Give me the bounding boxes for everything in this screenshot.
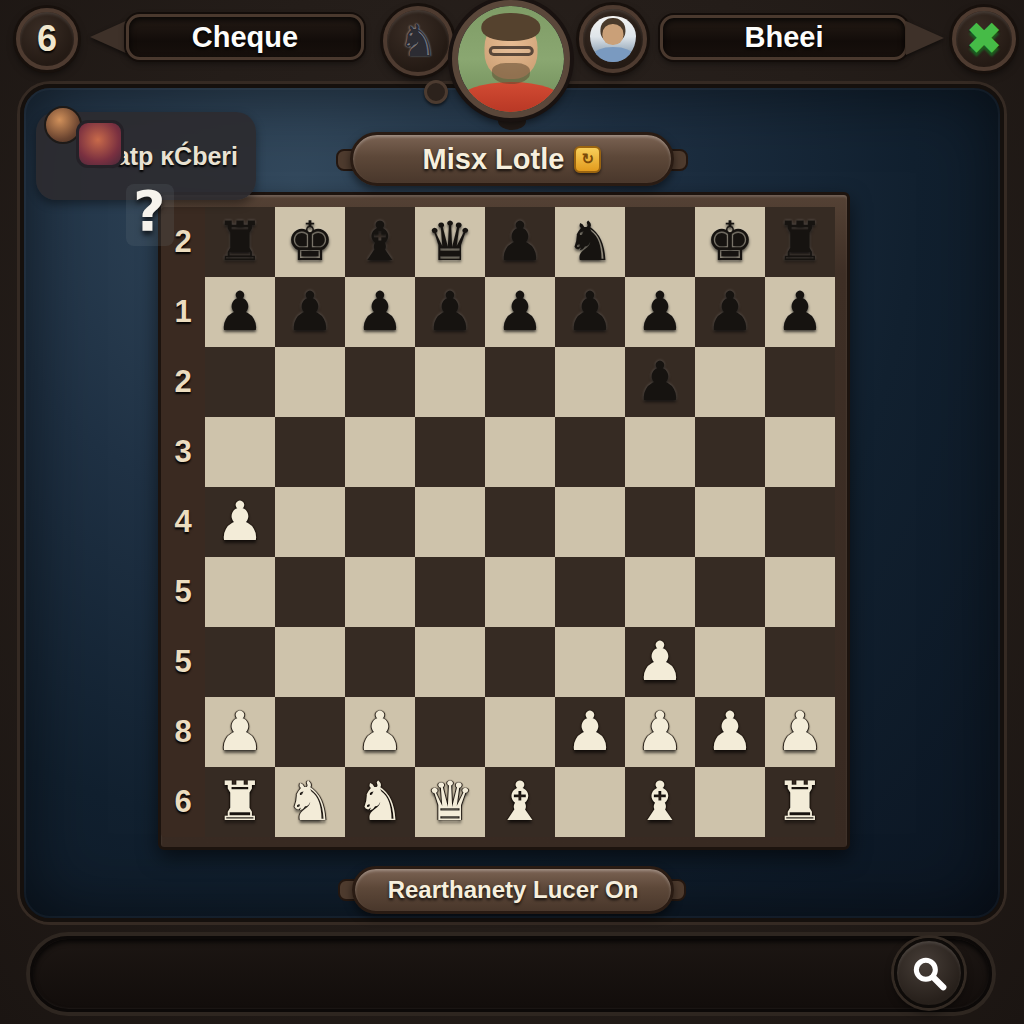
- chess-piece-wB[interactable]: ♝: [636, 767, 684, 837]
- board-cell[interactable]: ♟: [625, 277, 695, 347]
- board-cell[interactable]: ♚: [275, 207, 345, 277]
- chat-avatar-2: [76, 120, 124, 168]
- board-cell[interactable]: [555, 627, 625, 697]
- board-cell[interactable]: ♟: [555, 697, 625, 767]
- board-cell[interactable]: [625, 487, 695, 557]
- board-cell[interactable]: [205, 627, 275, 697]
- rank-label: 5: [161, 557, 205, 627]
- board-cell[interactable]: [345, 557, 415, 627]
- board-cell[interactable]: [345, 627, 415, 697]
- player-avatar[interactable]: [452, 0, 570, 118]
- board-cell[interactable]: ♟: [765, 697, 835, 767]
- board-cell[interactable]: ♞: [275, 767, 345, 837]
- chess-piece-bP[interactable]: ♟: [216, 277, 264, 347]
- knight-icon: ♞: [398, 19, 437, 63]
- question-mark-hint: ?: [133, 178, 165, 243]
- board-cell[interactable]: ♛: [415, 767, 485, 837]
- board-cell[interactable]: [415, 487, 485, 557]
- chess-piece-wP[interactable]: ♟: [356, 697, 404, 767]
- board-cell[interactable]: [485, 347, 555, 417]
- chess-piece-bR[interactable]: ♜: [776, 207, 824, 277]
- board-cell[interactable]: ♚: [695, 207, 765, 277]
- chess-piece-bP[interactable]: ♟: [496, 207, 544, 277]
- chess-piece-wP[interactable]: ♟: [216, 697, 264, 767]
- board-cell[interactable]: [555, 347, 625, 417]
- board-cell[interactable]: [765, 557, 835, 627]
- avatar-photo: [458, 6, 564, 112]
- link-dot-icon: [424, 80, 448, 104]
- rank-label: 5: [161, 627, 205, 697]
- board-cell[interactable]: [415, 347, 485, 417]
- chess-piece-wR[interactable]: ♜: [216, 767, 264, 837]
- close-icon: ✖: [966, 18, 1001, 60]
- rank-label: 3: [161, 417, 205, 487]
- status-top-text: Misx Lotle: [423, 143, 565, 176]
- chess-piece-wP[interactable]: ♟: [636, 697, 684, 767]
- board-cell[interactable]: [345, 487, 415, 557]
- chess-piece-wP[interactable]: ♟: [706, 697, 754, 767]
- chess-piece-bK[interactable]: ♚: [706, 207, 754, 277]
- left-player-name: Cheque: [192, 21, 298, 54]
- right-player-name: Bheei: [745, 21, 824, 54]
- board-cell[interactable]: [275, 417, 345, 487]
- chess-piece-wN[interactable]: ♞: [356, 767, 404, 837]
- board-cell[interactable]: [625, 557, 695, 627]
- chess-piece-wP[interactable]: ♟: [216, 487, 264, 557]
- board-cell[interactable]: [555, 767, 625, 837]
- board-cell[interactable]: ♞: [555, 207, 625, 277]
- board-cell[interactable]: ♟: [345, 277, 415, 347]
- chess-piece-wB[interactable]: ♝: [496, 767, 544, 837]
- status-banner-top: Misx Lotle ↻: [350, 132, 674, 186]
- avatar-hair: [481, 13, 540, 41]
- board-cell[interactable]: ♛: [415, 207, 485, 277]
- chess-piece-wP[interactable]: ♟: [636, 627, 684, 697]
- bottom-toolbar: [30, 936, 992, 1012]
- chess-piece-bR[interactable]: ♜: [216, 207, 264, 277]
- board-cell[interactable]: ♟: [205, 487, 275, 557]
- right-arrow-icon: [906, 21, 944, 55]
- board-cell[interactable]: [345, 347, 415, 417]
- opponent-face: [602, 24, 623, 44]
- board-cell[interactable]: ♟: [555, 277, 625, 347]
- board-cell[interactable]: ♜: [205, 767, 275, 837]
- board-cell[interactable]: [275, 697, 345, 767]
- chess-piece-bP[interactable]: ♟: [356, 277, 404, 347]
- board-cell[interactable]: [765, 627, 835, 697]
- board-cell[interactable]: ♟: [485, 277, 555, 347]
- search-icon: [910, 954, 948, 992]
- board-cell[interactable]: [625, 417, 695, 487]
- chess-piece-wP[interactable]: ♟: [776, 697, 824, 767]
- board-cell[interactable]: ♜: [765, 767, 835, 837]
- chess-piece-bK[interactable]: ♚: [286, 207, 334, 277]
- right-player-name-plate: Bheei: [660, 15, 908, 60]
- board-cell[interactable]: [415, 697, 485, 767]
- chess-piece-bP[interactable]: ♟: [636, 347, 684, 417]
- chess-piece-bB[interactable]: ♝: [356, 207, 404, 277]
- move-count-badge: 6: [16, 8, 78, 70]
- board-cell[interactable]: ♞: [345, 767, 415, 837]
- avatar-glasses: [489, 46, 534, 56]
- board-cell[interactable]: [695, 627, 765, 697]
- board-grid: ♜♚♝♛♟♞♚♜♟♟♟♟♟♟♟♟♟♟♟♟♟♟♟♟♟♟♜♞♞♛♝♝♜: [205, 207, 835, 837]
- board-cell[interactable]: [485, 697, 555, 767]
- board-cell[interactable]: [485, 627, 555, 697]
- rank-label-strip: 212345586: [161, 207, 205, 837]
- rank-label: 4: [161, 487, 205, 557]
- board-cell[interactable]: ♟: [205, 697, 275, 767]
- move-count: 6: [37, 18, 57, 60]
- rank-label: 2: [161, 347, 205, 417]
- board-cell[interactable]: [205, 557, 275, 627]
- board-cell[interactable]: ♟: [625, 697, 695, 767]
- opponent-shirt: [593, 47, 633, 62]
- board-cell[interactable]: [695, 767, 765, 837]
- board-cell[interactable]: ♟: [345, 697, 415, 767]
- board-cell[interactable]: [765, 487, 835, 557]
- board-cell[interactable]: [695, 417, 765, 487]
- board-cell[interactable]: ♟: [695, 277, 765, 347]
- board-cell[interactable]: ♟: [625, 627, 695, 697]
- chess-board: 212345586 ♜♚♝♛♟♞♚♜♟♟♟♟♟♟♟♟♟♟♟♟♟♟♟♟♟♟♜♞♞♛…: [158, 192, 850, 850]
- left-arrow-icon: [90, 20, 128, 54]
- board-cell[interactable]: ♝: [625, 767, 695, 837]
- chess-piece-bP[interactable]: ♟: [776, 277, 824, 347]
- left-player-name-plate: Cheque: [126, 14, 364, 60]
- chess-piece-wR[interactable]: ♜: [776, 767, 824, 837]
- board-cell[interactable]: [765, 417, 835, 487]
- chess-piece-bP[interactable]: ♟: [496, 277, 544, 347]
- board-cell[interactable]: [765, 347, 835, 417]
- avatar-beard: [492, 63, 530, 84]
- board-cell[interactable]: ♝: [345, 207, 415, 277]
- board-cell[interactable]: [485, 417, 555, 487]
- chess-piece-wP[interactable]: ♟: [566, 697, 614, 767]
- board-cell[interactable]: ♜: [765, 207, 835, 277]
- board-cell[interactable]: [205, 417, 275, 487]
- board-cell[interactable]: [695, 487, 765, 557]
- rank-label: 6: [161, 767, 205, 837]
- board-cell[interactable]: [555, 417, 625, 487]
- board-cell[interactable]: [345, 417, 415, 487]
- board-cell[interactable]: [205, 347, 275, 417]
- board-cell[interactable]: [415, 627, 485, 697]
- chess-piece-bP[interactable]: ♟: [566, 277, 614, 347]
- rank-label: 1: [161, 277, 205, 347]
- board-cell[interactable]: [275, 487, 345, 557]
- search-button[interactable]: [894, 938, 964, 1008]
- black-knight-badge: ♞: [383, 6, 453, 76]
- board-cell[interactable]: [485, 557, 555, 627]
- board-cell[interactable]: [695, 347, 765, 417]
- chess-piece-bQ[interactable]: ♛: [426, 207, 474, 277]
- board-cell[interactable]: [485, 487, 555, 557]
- chess-piece-bP[interactable]: ♟: [636, 277, 684, 347]
- chess-piece-bN[interactable]: ♞: [566, 207, 614, 277]
- status-bottom-text: Rearthanety Lucer On: [388, 876, 639, 904]
- chess-piece-wN[interactable]: ♞: [286, 767, 334, 837]
- chess-piece-bP[interactable]: ♟: [706, 277, 754, 347]
- chess-piece-bP[interactable]: ♟: [286, 277, 334, 347]
- board-cell[interactable]: [555, 487, 625, 557]
- board-cell[interactable]: ♟: [485, 207, 555, 277]
- board-cell[interactable]: [275, 627, 345, 697]
- opponent-avatar[interactable]: [579, 5, 647, 73]
- board-cell[interactable]: ♟: [625, 347, 695, 417]
- board-cell[interactable]: [695, 557, 765, 627]
- board-cell[interactable]: [415, 557, 485, 627]
- board-cell[interactable]: ♟: [205, 277, 275, 347]
- board-cell[interactable]: [625, 207, 695, 277]
- gold-coin-icon[interactable]: ↻: [574, 146, 601, 173]
- board-cell[interactable]: ♜: [205, 207, 275, 277]
- rank-label: 8: [161, 697, 205, 767]
- board-cell[interactable]: [415, 417, 485, 487]
- board-cell[interactable]: [555, 557, 625, 627]
- board-cell[interactable]: ♟: [415, 277, 485, 347]
- board-cell[interactable]: ♝: [485, 767, 555, 837]
- board-cell[interactable]: ♟: [765, 277, 835, 347]
- board-cell[interactable]: ♟: [695, 697, 765, 767]
- board-cell[interactable]: [275, 557, 345, 627]
- chess-piece-wQ[interactable]: ♛: [426, 767, 474, 837]
- close-button[interactable]: ✖: [952, 7, 1016, 71]
- board-cell[interactable]: [275, 347, 345, 417]
- opponent-photo: [590, 16, 636, 62]
- board-cell[interactable]: ♟: [275, 277, 345, 347]
- status-banner-bottom: Rearthanety Lucer On: [352, 866, 674, 914]
- chess-piece-bP[interactable]: ♟: [426, 277, 474, 347]
